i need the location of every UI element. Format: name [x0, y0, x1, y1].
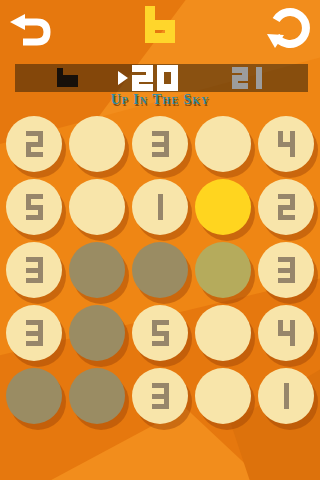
cell-r3c5[interactable] [258, 242, 314, 298]
restart-button[interactable] [265, 4, 313, 54]
cell-r4c5[interactable] [258, 305, 314, 361]
cell-r5c3[interactable] [132, 368, 188, 424]
cell-number [278, 320, 295, 346]
cell-number [26, 131, 43, 157]
cell-r1c3[interactable] [132, 116, 188, 172]
cell-number [278, 131, 295, 157]
cell-r5c2[interactable] [69, 368, 125, 424]
cell-r4c1[interactable] [6, 305, 62, 361]
cell-r4c4[interactable] [195, 305, 251, 361]
cell-r5c4[interactable] [195, 368, 251, 424]
cell-r2c4[interactable] [195, 179, 251, 235]
cell-r3c4[interactable] [195, 242, 251, 298]
score-bar [15, 64, 308, 92]
cell-r1c5[interactable] [258, 116, 314, 172]
cell-r2c5[interactable] [258, 179, 314, 235]
cell-r1c4[interactable] [195, 116, 251, 172]
cell-number [152, 131, 169, 157]
cell-number [278, 257, 295, 283]
play-marker-icon [118, 71, 128, 85]
cell-r2c1[interactable] [6, 179, 62, 235]
cell-r5c5[interactable] [258, 368, 314, 424]
undo-icon [9, 36, 53, 51]
cell-r4c2[interactable] [69, 305, 125, 361]
level-title: Up In The Sky [0, 92, 320, 108]
score-left-value [57, 68, 78, 87]
cell-number [152, 320, 169, 346]
cell-r1c2[interactable] [69, 116, 125, 172]
cell-number [278, 383, 295, 409]
cell-number [152, 383, 169, 409]
score-current-value [132, 65, 178, 91]
cell-r3c3[interactable] [132, 242, 188, 298]
cell-r3c1[interactable] [6, 242, 62, 298]
cell-r2c2[interactable] [69, 179, 125, 235]
undo-button[interactable] [9, 14, 53, 48]
restart-icon [265, 42, 313, 57]
cell-r4c3[interactable] [132, 305, 188, 361]
cell-r5c1[interactable] [6, 368, 62, 424]
game-screen: Up In The Sky [0, 0, 320, 480]
score-total-value [232, 67, 267, 89]
cell-number [26, 194, 43, 220]
board-grid [6, 116, 314, 424]
cell-number [26, 257, 43, 283]
cell-number [152, 194, 169, 220]
cell-number [278, 194, 295, 220]
cell-r3c2[interactable] [69, 242, 125, 298]
level-number-icon [145, 6, 175, 43]
cell-r1c1[interactable] [6, 116, 62, 172]
cell-number [26, 320, 43, 346]
cell-r2c3[interactable] [132, 179, 188, 235]
